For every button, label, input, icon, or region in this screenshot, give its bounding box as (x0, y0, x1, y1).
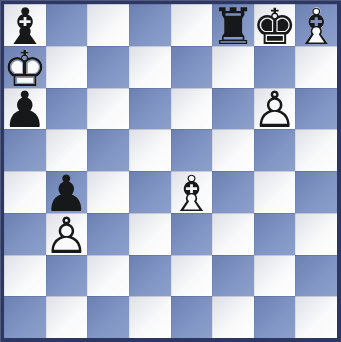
square-d3[interactable] (129, 213, 171, 255)
square-c6[interactable] (87, 88, 129, 130)
square-g1[interactable] (254, 296, 296, 338)
square-g3[interactable] (254, 213, 296, 255)
square-a6[interactable]: ♟ (4, 88, 46, 130)
square-d4[interactable] (129, 171, 171, 213)
square-d7[interactable] (129, 46, 171, 88)
square-c4[interactable] (87, 171, 129, 213)
square-f7[interactable] (212, 46, 254, 88)
square-c7[interactable] (87, 46, 129, 88)
square-b1[interactable] (46, 296, 88, 338)
piece-white-bishop-icon[interactable]: ♝♗ (295, 4, 337, 46)
square-f3[interactable] (212, 213, 254, 255)
square-a2[interactable] (4, 255, 46, 297)
piece-black-pawn-icon[interactable]: ♟ (46, 171, 88, 213)
square-h6[interactable] (295, 88, 337, 130)
square-b4[interactable]: ♟ (46, 171, 88, 213)
square-f2[interactable] (212, 255, 254, 297)
square-f6[interactable] (212, 88, 254, 130)
square-a3[interactable] (4, 213, 46, 255)
square-e4[interactable]: ♝♗ (171, 171, 213, 213)
square-g6[interactable]: ♟♙ (254, 88, 296, 130)
piece-black-rook-icon[interactable]: ♜ (212, 4, 254, 46)
piece-black-king-icon[interactable]: ♚ (254, 4, 296, 46)
square-e2[interactable] (171, 255, 213, 297)
square-b5[interactable] (46, 129, 88, 171)
square-g7[interactable] (254, 46, 296, 88)
square-b6[interactable] (46, 88, 88, 130)
square-a5[interactable] (4, 129, 46, 171)
square-h2[interactable] (295, 255, 337, 297)
square-a8[interactable]: ♝ (4, 4, 46, 46)
square-c5[interactable] (87, 129, 129, 171)
square-g5[interactable] (254, 129, 296, 171)
square-h1[interactable] (295, 296, 337, 338)
piece-white-bishop-icon[interactable]: ♝♗ (171, 171, 213, 213)
square-e1[interactable] (171, 296, 213, 338)
square-b3[interactable]: ♟♙ (46, 213, 88, 255)
square-d6[interactable] (129, 88, 171, 130)
square-c2[interactable] (87, 255, 129, 297)
square-g8[interactable]: ♚ (254, 4, 296, 46)
square-h8[interactable]: ♝♗ (295, 4, 337, 46)
square-b7[interactable] (46, 46, 88, 88)
square-d1[interactable] (129, 296, 171, 338)
square-h3[interactable] (295, 213, 337, 255)
chess-board-frame: ♝♜♚♝♗♚♔♟♟♙♟♝♗♟♙ (0, 0, 341, 342)
square-d5[interactable] (129, 129, 171, 171)
square-d2[interactable] (129, 255, 171, 297)
square-e8[interactable] (171, 4, 213, 46)
square-g2[interactable] (254, 255, 296, 297)
square-c1[interactable] (87, 296, 129, 338)
square-c3[interactable] (87, 213, 129, 255)
piece-white-pawn-icon[interactable]: ♟♙ (254, 88, 296, 130)
square-a7[interactable]: ♚♔ (4, 46, 46, 88)
piece-white-king-icon[interactable]: ♚♔ (4, 46, 46, 88)
square-f5[interactable] (212, 129, 254, 171)
square-e6[interactable] (171, 88, 213, 130)
square-f4[interactable] (212, 171, 254, 213)
square-a4[interactable] (4, 171, 46, 213)
chess-board: ♝♜♚♝♗♚♔♟♟♙♟♝♗♟♙ (4, 4, 337, 338)
square-e7[interactable] (171, 46, 213, 88)
square-h7[interactable] (295, 46, 337, 88)
square-c8[interactable] (87, 4, 129, 46)
square-a1[interactable] (4, 296, 46, 338)
square-h5[interactable] (295, 129, 337, 171)
square-h4[interactable] (295, 171, 337, 213)
square-b2[interactable] (46, 255, 88, 297)
square-e3[interactable] (171, 213, 213, 255)
piece-black-pawn-icon[interactable]: ♟ (4, 88, 46, 130)
square-e5[interactable] (171, 129, 213, 171)
piece-black-bishop-icon[interactable]: ♝ (4, 4, 46, 46)
square-d8[interactable] (129, 4, 171, 46)
square-f1[interactable] (212, 296, 254, 338)
square-f8[interactable]: ♜ (212, 4, 254, 46)
square-b8[interactable] (46, 4, 88, 46)
square-g4[interactable] (254, 171, 296, 213)
piece-white-pawn-icon[interactable]: ♟♙ (46, 213, 88, 255)
